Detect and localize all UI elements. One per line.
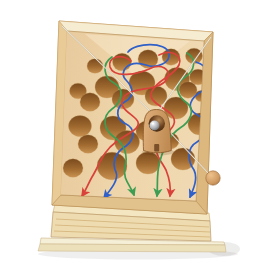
drop-hole: [80, 93, 100, 111]
drop-hole: [69, 115, 92, 136]
carrier-notch: [154, 144, 159, 152]
drop-hole: [113, 53, 132, 70]
drop-hole: [87, 59, 103, 74]
winding-knob: [206, 171, 220, 185]
drop-hole: [97, 152, 127, 180]
product-photo: [0, 0, 270, 270]
wooden-marble-game-scene: [0, 0, 270, 270]
drop-hole: [63, 159, 83, 177]
drop-hole: [78, 135, 98, 153]
steel-ball: [150, 121, 160, 131]
